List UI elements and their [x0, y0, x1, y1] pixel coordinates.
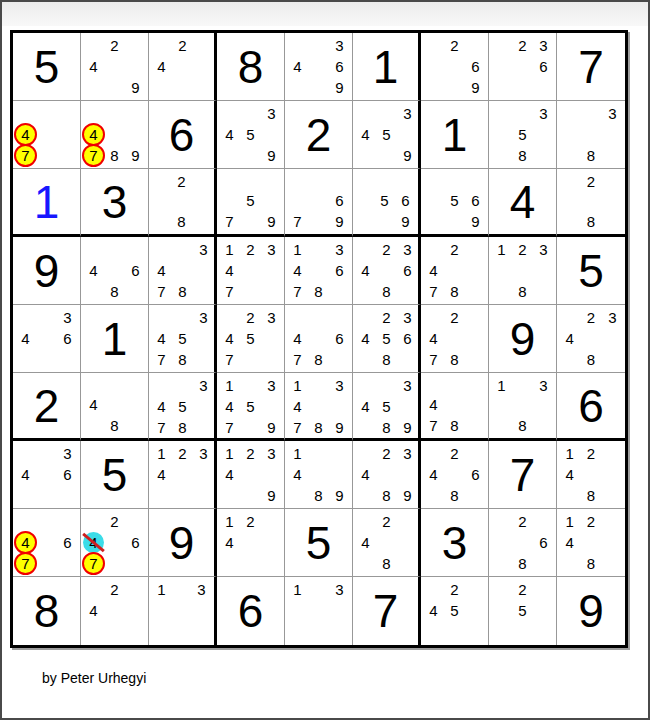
candidate-4[interactable]: 4	[151, 260, 172, 281]
candidate-4[interactable]: 4	[15, 328, 36, 349]
candidate-2[interactable]: 2	[376, 239, 397, 260]
candidate-3[interactable]: 3	[329, 239, 350, 260]
cell-r6c4[interactable]: 134579	[217, 373, 285, 441]
candidate-7[interactable]: 7	[287, 349, 308, 370]
cell-r4c8[interactable]: 1238	[489, 237, 557, 305]
candidate-9[interactable]: 9	[125, 77, 146, 98]
candidate-2[interactable]: 2	[580, 171, 601, 192]
candidate-6[interactable]: 6	[465, 56, 486, 77]
candidate-grid: 579	[217, 169, 284, 234]
candidate-4[interactable]: 4	[559, 328, 580, 349]
candidate-2[interactable]: 2	[444, 239, 465, 260]
candidate-2[interactable]: 2	[376, 307, 397, 328]
candidate-9[interactable]: 9	[261, 211, 282, 232]
candidate-3[interactable]: 3	[397, 307, 418, 328]
cell-r8c7[interactable]: 3	[421, 509, 489, 577]
cell-r6c2[interactable]: 48	[81, 373, 149, 441]
candidate-8[interactable]: 8	[308, 417, 329, 438]
cell-r1c8[interactable]: 236	[489, 33, 557, 101]
cell-r3c2[interactable]: 3	[81, 169, 149, 237]
cell-r9c4[interactable]: 6	[217, 577, 285, 645]
cell-r1c7[interactable]: 269	[421, 33, 489, 101]
candidate-4[interactable]: 4	[355, 532, 376, 553]
candidate-7[interactable]: 7	[423, 349, 444, 370]
cell-r8c5[interactable]: 5	[285, 509, 353, 577]
candidate-8[interactable]: 8	[444, 485, 465, 506]
candidate-3[interactable]: 3	[57, 443, 78, 464]
candidate-4-circled[interactable]: 4	[83, 124, 104, 145]
candidate-5[interactable]: 5	[240, 396, 261, 417]
candidate-8[interactable]: 8	[376, 553, 397, 574]
candidate-7[interactable]: 7	[151, 281, 172, 302]
candidate-4[interactable]: 4	[151, 464, 172, 485]
candidate-grid: 269	[421, 33, 488, 100]
candidate-8[interactable]: 8	[104, 415, 125, 436]
candidate-grid: 28	[557, 169, 625, 234]
cell-r7c7[interactable]: 2468	[421, 441, 489, 509]
candidate-4[interactable]: 4	[219, 260, 240, 281]
cell-r4c1[interactable]: 9	[13, 237, 81, 305]
cell-r2c9[interactable]: 38	[557, 101, 625, 169]
cell-r4c7[interactable]: 2478	[421, 237, 489, 305]
candidate-7[interactable]: 7	[423, 281, 444, 302]
candidate-4-circled[interactable]: 4	[15, 532, 36, 553]
candidate-5[interactable]: 5	[374, 190, 395, 211]
cell-r6c1[interactable]: 2	[13, 373, 81, 441]
cell-r2c4[interactable]: 3459	[217, 101, 285, 169]
candidate-8[interactable]: 8	[512, 281, 533, 302]
candidate-5[interactable]: 5	[512, 600, 533, 621]
sudoku-page: 5249248346912692367474789634592345913583…	[0, 0, 650, 720]
candidate-8[interactable]: 8	[172, 281, 193, 302]
cell-r9c1[interactable]: 8	[13, 577, 81, 645]
cell-r3c5[interactable]: 679	[285, 169, 353, 237]
candidate-8[interactable]: 8	[308, 485, 329, 506]
candidate-9[interactable]: 9	[261, 145, 282, 166]
cell-r3c6[interactable]: 569	[353, 169, 421, 237]
cell-r7c5[interactable]: 1489	[285, 441, 353, 509]
candidate-2[interactable]: 2	[580, 511, 601, 532]
candidate-7[interactable]: 7	[287, 211, 308, 232]
candidate-4[interactable]: 4	[287, 396, 308, 417]
cell-r9c5[interactable]: 13	[285, 577, 353, 645]
candidate-3[interactable]: 3	[261, 375, 282, 396]
candidate-grid: 3469	[285, 33, 352, 100]
cell-r7c4[interactable]: 12349	[217, 441, 285, 509]
candidate-8[interactable]: 8	[376, 349, 397, 370]
candidate-7[interactable]: 7	[151, 349, 172, 370]
candidate-3[interactable]: 3	[397, 443, 418, 464]
candidate-9[interactable]: 9	[329, 211, 350, 232]
candidate-4[interactable]: 4	[151, 396, 172, 417]
candidate-3[interactable]: 3	[193, 239, 214, 260]
candidate-1[interactable]: 1	[491, 375, 512, 396]
candidate-3[interactable]: 3	[261, 239, 282, 260]
candidate-9[interactable]: 9	[397, 145, 418, 166]
candidate-grid: 34589	[353, 373, 418, 438]
candidate-1[interactable]: 1	[219, 239, 240, 260]
candidate-8[interactable]: 8	[444, 349, 465, 370]
cell-r4c4[interactable]: 12347	[217, 237, 285, 305]
candidate-6[interactable]: 6	[329, 260, 350, 281]
candidate-5[interactable]: 5	[240, 124, 261, 145]
candidate-3[interactable]: 3	[193, 375, 214, 396]
candidate-2[interactable]: 2	[104, 511, 125, 532]
candidate-4[interactable]: 4	[219, 464, 240, 485]
solved-digit: 7	[489, 441, 556, 508]
candidate-7[interactable]: 7	[287, 417, 308, 438]
candidate-9[interactable]: 9	[125, 145, 146, 166]
candidate-2[interactable]: 2	[580, 307, 601, 328]
candidate-6[interactable]: 6	[329, 328, 350, 349]
cell-r6c9[interactable]: 6	[557, 373, 625, 441]
candidate-3[interactable]: 3	[602, 307, 623, 328]
candidate-8[interactable]: 8	[172, 417, 193, 438]
candidate-9[interactable]: 9	[329, 77, 350, 98]
candidate-2[interactable]: 2	[580, 443, 601, 464]
candidate-8[interactable]: 8	[308, 281, 329, 302]
cell-r5c4[interactable]: 23457	[217, 305, 285, 373]
candidate-4[interactable]: 4	[83, 56, 104, 77]
candidate-2[interactable]: 2	[240, 307, 261, 328]
candidate-2[interactable]: 2	[512, 511, 533, 532]
candidate-3[interactable]: 3	[193, 307, 214, 328]
cell-r6c3[interactable]: 34578	[149, 373, 217, 441]
cell-r5c6[interactable]: 234568	[353, 305, 421, 373]
candidate-1[interactable]: 1	[491, 239, 512, 260]
candidate-6[interactable]: 6	[57, 532, 78, 553]
candidate-6[interactable]: 6	[465, 190, 486, 211]
candidate-5[interactable]: 5	[512, 124, 533, 145]
candidate-8[interactable]: 8	[444, 415, 465, 436]
cell-r9c3[interactable]: 13	[149, 577, 217, 645]
solved-digit: 2	[13, 373, 80, 438]
cell-r8c9[interactable]: 1248	[557, 509, 625, 577]
cell-r3c9[interactable]: 28	[557, 169, 625, 237]
candidate-2[interactable]: 2	[240, 239, 261, 260]
candidate-2[interactable]: 2	[444, 307, 465, 328]
cell-r1c1[interactable]: 5	[13, 33, 81, 101]
candidate-5[interactable]: 5	[444, 190, 465, 211]
solved-digit: 7	[353, 577, 418, 645]
candidate-4[interactable]: 4	[355, 328, 376, 349]
cell-r2c6[interactable]: 3459	[353, 101, 421, 169]
cell-r1c3[interactable]: 24	[149, 33, 217, 101]
candidate-4[interactable]: 4	[219, 396, 240, 417]
candidate-4[interactable]: 4	[219, 124, 240, 145]
candidate-4[interactable]: 4	[83, 394, 104, 415]
candidate-7[interactable]: 7	[287, 281, 308, 302]
cell-r8c3[interactable]: 9	[149, 509, 217, 577]
candidate-3[interactable]: 3	[261, 307, 282, 328]
candidate-3[interactable]: 3	[57, 307, 78, 328]
candidate-4[interactable]: 4	[287, 464, 308, 485]
candidate-4[interactable]: 4	[83, 600, 104, 621]
candidate-2[interactable]: 2	[376, 511, 397, 532]
cell-r2c5[interactable]: 2	[285, 101, 353, 169]
candidate-2[interactable]: 2	[376, 443, 397, 464]
candidate-8[interactable]: 8	[444, 281, 465, 302]
candidate-grid: 134579	[217, 373, 284, 438]
candidate-7[interactable]: 7	[219, 417, 240, 438]
candidate-2[interactable]: 2	[444, 579, 465, 600]
cell-r4c6[interactable]: 23468	[353, 237, 421, 305]
candidate-9[interactable]: 9	[329, 417, 350, 438]
cell-r2c3[interactable]: 6	[149, 101, 217, 169]
candidate-2[interactable]: 2	[444, 35, 465, 56]
candidate-8[interactable]: 8	[376, 417, 397, 438]
cell-r6c8[interactable]: 138	[489, 373, 557, 441]
candidate-1[interactable]: 1	[151, 443, 172, 464]
cell-r7c9[interactable]: 1248	[557, 441, 625, 509]
candidate-1[interactable]: 1	[287, 579, 308, 600]
candidate-8[interactable]: 8	[376, 485, 397, 506]
candidate-4[interactable]: 4	[219, 532, 240, 553]
cell-r5c9[interactable]: 2348	[557, 305, 625, 373]
cell-r6c5[interactable]: 134789	[285, 373, 353, 441]
candidate-3[interactable]: 3	[397, 375, 418, 396]
candidate-4[interactable]: 4	[287, 260, 308, 281]
solved-digit: 8	[217, 33, 284, 100]
cell-r8c8[interactable]: 268	[489, 509, 557, 577]
cell-r4c9[interactable]: 5	[557, 237, 625, 305]
candidate-4[interactable]: 4	[355, 260, 376, 281]
candidate-4[interactable]: 4	[287, 56, 308, 77]
cell-r2c1[interactable]: 47	[13, 101, 81, 169]
cell-r2c2[interactable]: 4789	[81, 101, 149, 169]
cell-r2c8[interactable]: 358	[489, 101, 557, 169]
candidate-6[interactable]: 6	[57, 464, 78, 485]
cell-r8c2[interactable]: 2467	[81, 509, 149, 577]
cell-r1c4[interactable]: 8	[217, 33, 285, 101]
candidate-2[interactable]: 2	[171, 171, 192, 192]
cell-r7c2[interactable]: 5	[81, 441, 149, 509]
candidate-grid: 2467	[81, 509, 148, 576]
solved-digit: 5	[81, 441, 148, 508]
candidate-7[interactable]: 7	[219, 211, 240, 232]
candidate-4[interactable]: 4	[151, 328, 172, 349]
candidate-4[interactable]: 4	[355, 396, 376, 417]
candidate-2[interactable]: 2	[444, 443, 465, 464]
cell-r7c8[interactable]: 7	[489, 441, 557, 509]
candidate-3[interactable]: 3	[191, 579, 212, 600]
candidate-6[interactable]: 6	[125, 532, 146, 553]
candidate-5[interactable]: 5	[376, 328, 397, 349]
candidate-9[interactable]: 9	[397, 417, 418, 438]
candidate-2[interactable]: 2	[240, 443, 261, 464]
candidate-8[interactable]: 8	[308, 349, 329, 370]
candidate-6[interactable]: 6	[329, 56, 350, 77]
candidate-9[interactable]: 9	[465, 211, 486, 232]
candidate-8[interactable]: 8	[172, 349, 193, 370]
candidate-3[interactable]: 3	[329, 375, 350, 396]
candidate-4[interactable]: 4	[423, 328, 444, 349]
candidate-5[interactable]: 5	[444, 600, 465, 621]
candidate-3[interactable]: 3	[602, 103, 623, 124]
candidate-3[interactable]: 3	[533, 239, 554, 260]
cell-r1c2[interactable]: 249	[81, 33, 149, 101]
candidate-6[interactable]: 6	[395, 190, 416, 211]
candidate-2[interactable]: 2	[172, 35, 193, 56]
candidate-2[interactable]: 2	[240, 511, 261, 532]
candidate-3[interactable]: 3	[533, 103, 554, 124]
cell-r9c7[interactable]: 245	[421, 577, 489, 645]
candidate-5[interactable]: 5	[172, 328, 193, 349]
candidate-6[interactable]: 6	[125, 260, 146, 281]
cell-r6c7[interactable]: 478	[421, 373, 489, 441]
candidate-5[interactable]: 5	[376, 396, 397, 417]
cell-r4c5[interactable]: 134678	[285, 237, 353, 305]
candidate-4[interactable]: 4	[423, 394, 444, 415]
cell-r1c5[interactable]: 3469	[285, 33, 353, 101]
candidate-7-circled[interactable]: 7	[15, 553, 36, 574]
candidate-4-eliminated[interactable]: 4	[83, 532, 104, 553]
cell-r5c8[interactable]: 9	[489, 305, 557, 373]
cell-r3c4[interactable]: 579	[217, 169, 285, 237]
candidate-6[interactable]: 6	[329, 190, 350, 211]
candidate-4[interactable]: 4	[83, 260, 104, 281]
cell-r9c9[interactable]: 9	[557, 577, 625, 645]
candidate-6[interactable]: 6	[533, 532, 554, 553]
candidate-5[interactable]: 5	[376, 124, 397, 145]
candidate-6[interactable]: 6	[397, 260, 418, 281]
candidate-4-circled[interactable]: 4	[15, 124, 36, 145]
candidate-8[interactable]: 8	[580, 211, 601, 232]
candidate-3[interactable]: 3	[533, 375, 554, 396]
candidate-grid: 2348	[557, 305, 625, 372]
candidate-3[interactable]: 3	[397, 239, 418, 260]
cell-r8c4[interactable]: 124	[217, 509, 285, 577]
cell-r5c2[interactable]: 1	[81, 305, 149, 373]
candidate-4[interactable]: 4	[559, 532, 580, 553]
candidate-8[interactable]: 8	[104, 145, 125, 166]
candidate-6[interactable]: 6	[57, 328, 78, 349]
candidate-4[interactable]: 4	[559, 464, 580, 485]
candidate-7-circled[interactable]: 7	[83, 553, 104, 574]
candidate-6[interactable]: 6	[533, 56, 554, 77]
cell-r2c7[interactable]: 1	[421, 101, 489, 169]
candidate-8[interactable]: 8	[512, 145, 533, 166]
candidate-9[interactable]: 9	[261, 417, 282, 438]
candidate-2[interactable]: 2	[104, 579, 125, 600]
candidate-4[interactable]: 4	[423, 600, 444, 621]
candidate-1[interactable]: 1	[151, 579, 172, 600]
candidate-3[interactable]: 3	[397, 103, 418, 124]
candidate-7[interactable]: 7	[219, 281, 240, 302]
candidate-1[interactable]: 1	[287, 375, 308, 396]
candidate-3[interactable]: 3	[193, 443, 214, 464]
cell-r5c5[interactable]: 4678	[285, 305, 353, 373]
cell-r3c7[interactable]: 569	[421, 169, 489, 237]
candidate-4[interactable]: 4	[355, 464, 376, 485]
candidate-7[interactable]: 7	[423, 415, 444, 436]
candidate-9[interactable]: 9	[465, 77, 486, 98]
candidate-1[interactable]: 1	[287, 443, 308, 464]
candidate-5[interactable]: 5	[240, 190, 261, 211]
candidate-grid: 1238	[489, 237, 556, 304]
candidate-1[interactable]: 1	[219, 511, 240, 532]
candidate-grid: 346	[13, 305, 80, 372]
candidate-7-circled[interactable]: 7	[15, 145, 36, 166]
candidate-8[interactable]: 8	[580, 485, 601, 506]
candidate-7[interactable]: 7	[151, 417, 172, 438]
candidate-2[interactable]: 2	[512, 239, 533, 260]
candidate-1[interactable]: 1	[287, 239, 308, 260]
cell-r4c2[interactable]: 468	[81, 237, 149, 305]
candidate-5[interactable]: 5	[240, 328, 261, 349]
cell-r9c6[interactable]: 7	[353, 577, 421, 645]
candidate-8[interactable]: 8	[512, 415, 533, 436]
cell-r7c1[interactable]: 346	[13, 441, 81, 509]
cell-r8c6[interactable]: 248	[353, 509, 421, 577]
candidate-4[interactable]: 4	[151, 56, 172, 77]
cell-r9c8[interactable]: 25	[489, 577, 557, 645]
candidate-2[interactable]: 2	[512, 35, 533, 56]
cell-r5c7[interactable]: 2478	[421, 305, 489, 373]
candidate-2[interactable]: 2	[172, 443, 193, 464]
cell-r3c3[interactable]: 28	[149, 169, 217, 237]
candidate-4[interactable]: 4	[423, 464, 444, 485]
candidate-5[interactable]: 5	[172, 396, 193, 417]
candidate-7-circled[interactable]: 7	[83, 145, 104, 166]
candidate-7[interactable]: 7	[219, 349, 240, 370]
candidate-4[interactable]: 4	[423, 260, 444, 281]
candidate-8[interactable]: 8	[171, 211, 192, 232]
cell-r9c2[interactable]: 24	[81, 577, 149, 645]
candidate-3[interactable]: 3	[261, 443, 282, 464]
candidate-9[interactable]: 9	[395, 211, 416, 232]
candidate-9[interactable]: 9	[261, 485, 282, 506]
candidate-1[interactable]: 1	[559, 443, 580, 464]
cell-r5c1[interactable]: 346	[13, 305, 81, 373]
candidate-3[interactable]: 3	[329, 579, 350, 600]
cell-r3c1[interactable]: 1	[13, 169, 81, 237]
candidate-8[interactable]: 8	[104, 281, 125, 302]
candidate-8[interactable]: 8	[512, 553, 533, 574]
candidate-8[interactable]: 8	[580, 349, 601, 370]
cell-r7c6[interactable]: 23489	[353, 441, 421, 509]
candidate-4[interactable]: 4	[219, 328, 240, 349]
cell-r1c9[interactable]: 7	[557, 33, 625, 101]
cell-r3c8[interactable]: 4	[489, 169, 557, 237]
candidate-1[interactable]: 1	[559, 511, 580, 532]
candidate-4[interactable]: 4	[15, 464, 36, 485]
candidate-2[interactable]: 2	[104, 35, 125, 56]
candidate-9[interactable]: 9	[397, 485, 418, 506]
cell-r7c3[interactable]: 1234	[149, 441, 217, 509]
cell-r4c3[interactable]: 3478	[149, 237, 217, 305]
candidate-6[interactable]: 6	[397, 328, 418, 349]
candidate-3[interactable]: 3	[329, 35, 350, 56]
candidate-8[interactable]: 8	[580, 553, 601, 574]
candidate-1[interactable]: 1	[219, 375, 240, 396]
candidate-8[interactable]: 8	[376, 281, 397, 302]
candidate-4[interactable]: 4	[355, 124, 376, 145]
candidate-6[interactable]: 6	[465, 464, 486, 485]
candidate-9[interactable]: 9	[329, 485, 350, 506]
candidate-3[interactable]: 3	[533, 35, 554, 56]
cell-r1c6[interactable]: 1	[353, 33, 421, 101]
cell-r6c6[interactable]: 34589	[353, 373, 421, 441]
candidate-2[interactable]: 2	[512, 579, 533, 600]
candidate-3[interactable]: 3	[261, 103, 282, 124]
candidate-4[interactable]: 4	[287, 328, 308, 349]
candidate-grid: 2478	[421, 305, 488, 372]
cell-r8c1[interactable]: 467	[13, 509, 81, 577]
candidate-8[interactable]: 8	[580, 145, 601, 166]
cell-r5c3[interactable]: 34578	[149, 305, 217, 373]
candidate-1[interactable]: 1	[219, 443, 240, 464]
